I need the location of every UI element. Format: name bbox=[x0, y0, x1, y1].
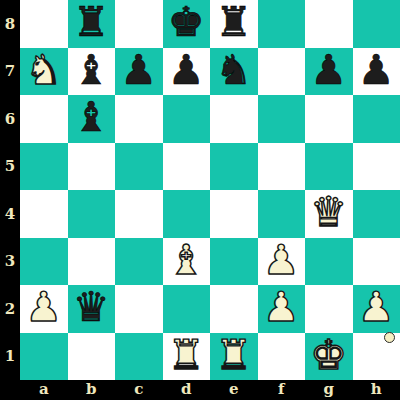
square-g6[interactable] bbox=[305, 95, 353, 143]
square-h3[interactable] bbox=[353, 238, 400, 286]
piece-black-pawn-c7[interactable]: ♟ bbox=[120, 50, 157, 91]
square-b1[interactable] bbox=[68, 333, 116, 381]
square-a4[interactable] bbox=[20, 190, 68, 238]
piece-black-queen-b2[interactable]: ♛ bbox=[73, 287, 110, 328]
square-e6[interactable] bbox=[210, 95, 258, 143]
piece-black-pawn-h7[interactable]: ♟ bbox=[358, 50, 395, 91]
piece-white-pawn-h2[interactable]: ♟ bbox=[358, 287, 395, 328]
square-e7[interactable]: ♞ bbox=[210, 48, 258, 96]
square-d1[interactable]: ♜ bbox=[163, 333, 211, 381]
square-b4[interactable] bbox=[68, 190, 116, 238]
square-b2[interactable]: ♛ bbox=[68, 285, 116, 333]
square-b6[interactable]: ♝ bbox=[68, 95, 116, 143]
piece-black-knight-e7[interactable]: ♞ bbox=[215, 50, 252, 91]
square-f2[interactable]: ♟ bbox=[258, 285, 306, 333]
square-h8[interactable] bbox=[353, 0, 400, 48]
square-c2[interactable] bbox=[115, 285, 163, 333]
piece-white-rook-e1[interactable]: ♜ bbox=[215, 335, 252, 376]
file-label-g: g bbox=[305, 380, 353, 400]
square-g4[interactable]: ♛ bbox=[305, 190, 353, 238]
square-e8[interactable]: ♜ bbox=[210, 0, 258, 48]
square-a7[interactable]: ♞ bbox=[20, 48, 68, 96]
square-f6[interactable] bbox=[258, 95, 306, 143]
square-g5[interactable] bbox=[305, 143, 353, 191]
square-e2[interactable] bbox=[210, 285, 258, 333]
square-c4[interactable] bbox=[115, 190, 163, 238]
piece-black-pawn-d7[interactable]: ♟ bbox=[168, 50, 205, 91]
square-d8[interactable]: ♚ bbox=[163, 0, 211, 48]
square-c1[interactable] bbox=[115, 333, 163, 381]
piece-white-king-g1[interactable]: ♚ bbox=[310, 335, 347, 376]
square-b7[interactable]: ♝ bbox=[68, 48, 116, 96]
square-c3[interactable] bbox=[115, 238, 163, 286]
rank-label-7: 7 bbox=[0, 48, 20, 96]
square-a5[interactable] bbox=[20, 143, 68, 191]
square-c8[interactable] bbox=[115, 0, 163, 48]
square-d7[interactable]: ♟ bbox=[163, 48, 211, 96]
square-a6[interactable] bbox=[20, 95, 68, 143]
square-g7[interactable]: ♟ bbox=[305, 48, 353, 96]
file-label-f: f bbox=[258, 380, 306, 400]
chess-board: ♜♚♜♞♝♟♟♞♟♟♝♛♝♟♟♛♟♟♜♜♚ bbox=[20, 0, 400, 380]
square-c6[interactable] bbox=[115, 95, 163, 143]
square-e1[interactable]: ♜ bbox=[210, 333, 258, 381]
square-h5[interactable] bbox=[353, 143, 400, 191]
file-labels: abcdefgh bbox=[20, 380, 400, 400]
piece-black-rook-e8[interactable]: ♜ bbox=[215, 2, 252, 43]
rank-label-6: 6 bbox=[0, 95, 20, 143]
square-g2[interactable] bbox=[305, 285, 353, 333]
piece-black-bishop-b6[interactable]: ♝ bbox=[73, 97, 110, 138]
file-label-h: h bbox=[353, 380, 400, 400]
piece-white-knight-a7[interactable]: ♞ bbox=[25, 50, 62, 91]
square-g1[interactable]: ♚ bbox=[305, 333, 353, 381]
square-f4[interactable] bbox=[258, 190, 306, 238]
square-d6[interactable] bbox=[163, 95, 211, 143]
chess-diagram: 87654321 ♜♚♜♞♝♟♟♞♟♟♝♛♝♟♟♛♟♟♜♜♚ abcdefgh bbox=[0, 0, 400, 400]
piece-white-pawn-f2[interactable]: ♟ bbox=[263, 287, 300, 328]
piece-white-rook-d1[interactable]: ♜ bbox=[168, 335, 205, 376]
file-label-a: a bbox=[20, 380, 68, 400]
square-h7[interactable]: ♟ bbox=[353, 48, 400, 96]
rank-label-1: 1 bbox=[0, 333, 20, 381]
square-g8[interactable] bbox=[305, 0, 353, 48]
square-a2[interactable]: ♟ bbox=[20, 285, 68, 333]
square-f5[interactable] bbox=[258, 143, 306, 191]
square-e5[interactable] bbox=[210, 143, 258, 191]
square-g3[interactable] bbox=[305, 238, 353, 286]
square-d3[interactable]: ♝ bbox=[163, 238, 211, 286]
rank-labels: 87654321 bbox=[0, 0, 20, 380]
square-c7[interactable]: ♟ bbox=[115, 48, 163, 96]
square-h4[interactable] bbox=[353, 190, 400, 238]
file-label-c: c bbox=[115, 380, 163, 400]
square-f1[interactable] bbox=[258, 333, 306, 381]
square-h6[interactable] bbox=[353, 95, 400, 143]
square-b3[interactable] bbox=[68, 238, 116, 286]
rank-label-3: 3 bbox=[0, 238, 20, 286]
square-a8[interactable] bbox=[20, 0, 68, 48]
file-label-e: e bbox=[210, 380, 258, 400]
square-a3[interactable] bbox=[20, 238, 68, 286]
piece-black-rook-b8[interactable]: ♜ bbox=[73, 2, 110, 43]
piece-black-bishop-b7[interactable]: ♝ bbox=[73, 50, 110, 91]
square-e3[interactable] bbox=[210, 238, 258, 286]
rank-label-4: 4 bbox=[0, 190, 20, 238]
piece-white-queen-g4[interactable]: ♛ bbox=[310, 192, 347, 233]
file-label-d: d bbox=[163, 380, 211, 400]
square-h2[interactable]: ♟ bbox=[353, 285, 400, 333]
side-to-move-indicator bbox=[384, 332, 395, 343]
rank-label-8: 8 bbox=[0, 0, 20, 48]
square-f3[interactable]: ♟ bbox=[258, 238, 306, 286]
square-b8[interactable]: ♜ bbox=[68, 0, 116, 48]
rank-label-5: 5 bbox=[0, 143, 20, 191]
rank-label-2: 2 bbox=[0, 285, 20, 333]
square-d5[interactable] bbox=[163, 143, 211, 191]
square-e4[interactable] bbox=[210, 190, 258, 238]
piece-black-king-d8[interactable]: ♚ bbox=[168, 2, 205, 43]
square-f8[interactable] bbox=[258, 0, 306, 48]
square-d4[interactable] bbox=[163, 190, 211, 238]
piece-white-pawn-f3[interactable]: ♟ bbox=[263, 240, 300, 281]
piece-white-pawn-a2[interactable]: ♟ bbox=[25, 287, 62, 328]
square-b5[interactable] bbox=[68, 143, 116, 191]
square-c5[interactable] bbox=[115, 143, 163, 191]
file-label-b: b bbox=[68, 380, 116, 400]
piece-black-pawn-g7[interactable]: ♟ bbox=[310, 50, 347, 91]
square-a1[interactable] bbox=[20, 333, 68, 381]
square-d2[interactable] bbox=[163, 285, 211, 333]
piece-white-bishop-d3[interactable]: ♝ bbox=[168, 240, 205, 281]
square-f7[interactable] bbox=[258, 48, 306, 96]
